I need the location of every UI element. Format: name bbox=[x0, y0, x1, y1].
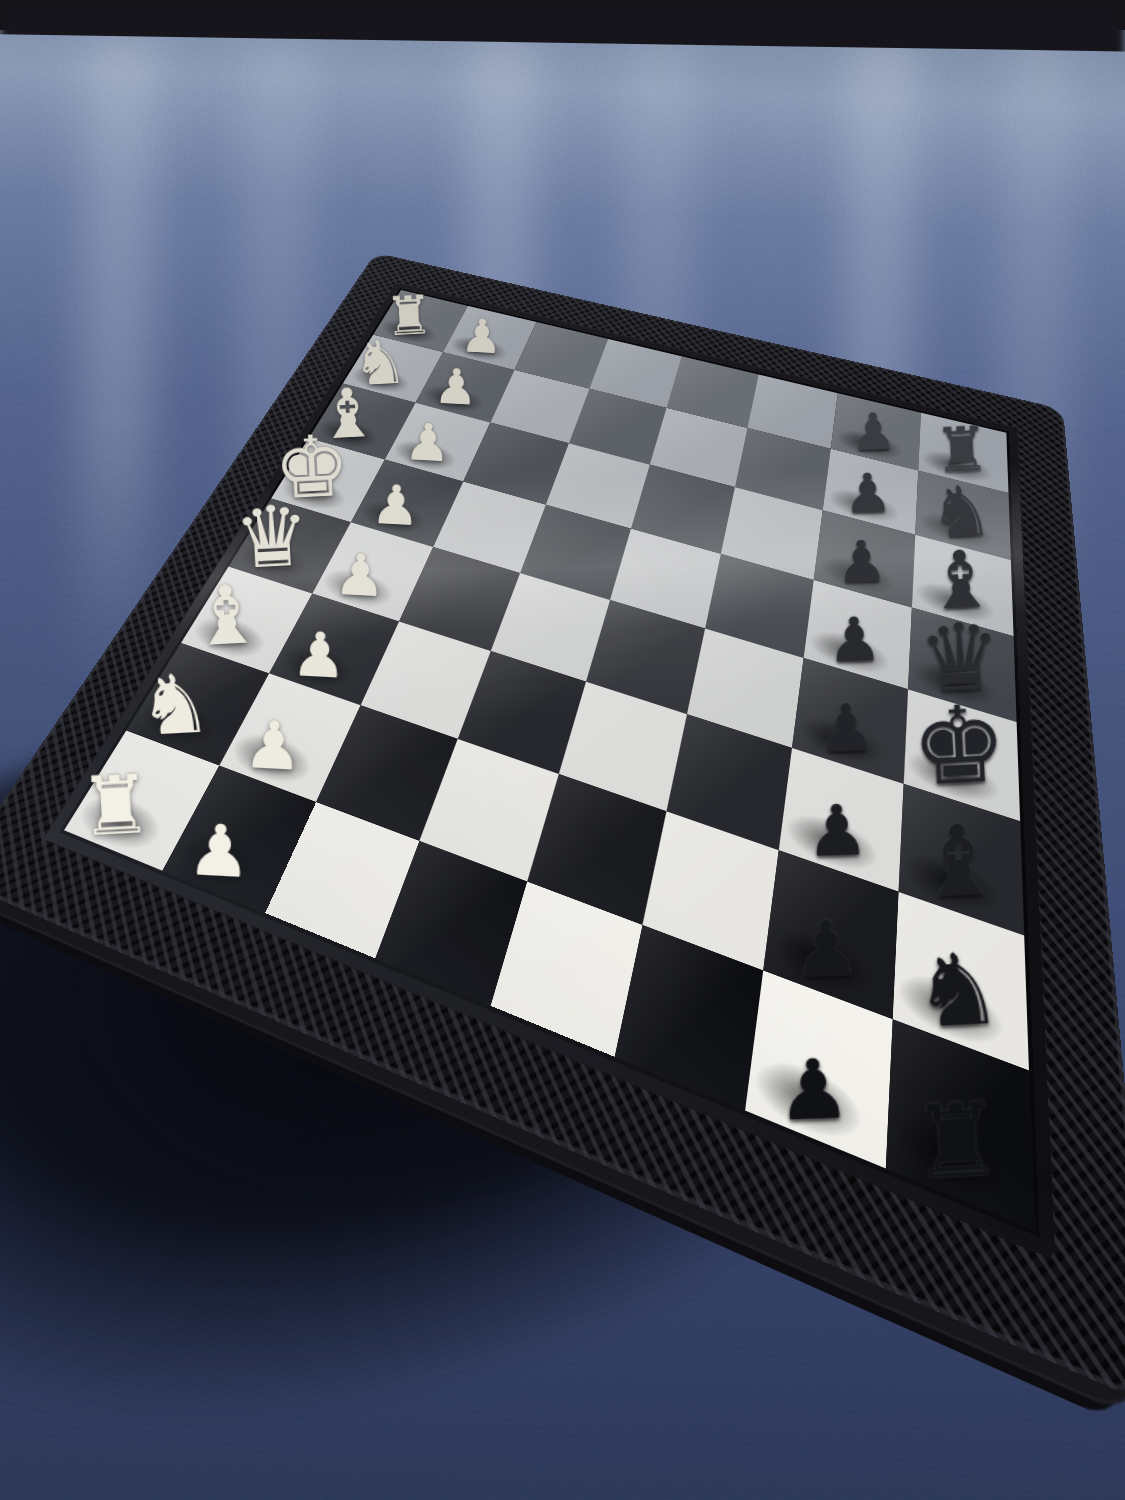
black-pawn-piece[interactable]: ♟ bbox=[804, 611, 906, 671]
black-pawn-piece[interactable]: ♟ bbox=[814, 535, 909, 591]
white-bishop-piece[interactable]: ♝ bbox=[176, 576, 278, 656]
square-c5[interactable] bbox=[631, 465, 734, 554]
square-d5[interactable] bbox=[610, 528, 720, 628]
square-f8[interactable]: ♝ bbox=[898, 783, 1024, 935]
photo-scene: ♜♟♟♜♞♟♟♞♝♟♟♝♚♟♟♛♛♟♟♚♝♟♟♝♞♟♟♞♜♟♟♜ bbox=[0, 0, 1125, 1500]
white-pawn-piece[interactable]: ♟ bbox=[311, 547, 408, 605]
white-pawn-piece[interactable]: ♟ bbox=[415, 363, 497, 412]
square-e5[interactable] bbox=[586, 600, 704, 713]
black-bishop-piece[interactable]: ♝ bbox=[897, 814, 1019, 910]
white-pawn-piece[interactable]: ♟ bbox=[442, 314, 520, 361]
black-knight-piece[interactable]: ♞ bbox=[891, 940, 1024, 1039]
black-pawn-piece[interactable]: ♟ bbox=[831, 408, 916, 458]
square-a4[interactable] bbox=[589, 339, 682, 408]
black-pawn-piece[interactable]: ♟ bbox=[823, 468, 913, 521]
board-stage: ♜♟♟♜♞♟♟♞♝♟♟♝♚♟♟♛♛♟♟♚♝♟♟♝♞♟♟♞♜♟♟♜ bbox=[168, 158, 1052, 1042]
black-rook-piece[interactable]: ♜ bbox=[884, 1092, 1028, 1192]
white-pawn-piece[interactable]: ♟ bbox=[217, 713, 328, 780]
black-pawn-piece[interactable]: ♟ bbox=[792, 697, 901, 761]
white-pawn-piece[interactable]: ♟ bbox=[267, 625, 371, 687]
white-knight-piece[interactable]: ♞ bbox=[121, 663, 230, 744]
white-pawn-piece[interactable]: ♟ bbox=[350, 478, 441, 533]
black-pawn-piece[interactable]: ♟ bbox=[779, 797, 896, 866]
square-c7[interactable]: ♟ bbox=[814, 510, 915, 607]
white-rook-piece[interactable]: ♜ bbox=[58, 766, 175, 847]
square-e8[interactable]: ♚ bbox=[903, 689, 1020, 821]
black-pawn-piece[interactable]: ♟ bbox=[763, 913, 890, 987]
square-f6[interactable] bbox=[666, 713, 792, 850]
white-pawn-piece[interactable]: ♟ bbox=[159, 816, 279, 888]
white-queen-piece[interactable]: ♛ bbox=[224, 496, 320, 578]
black-pawn-piece[interactable]: ♟ bbox=[745, 1050, 883, 1131]
black-king-piece[interactable]: ♚ bbox=[901, 695, 1015, 799]
white-pawn-piece[interactable]: ♟ bbox=[384, 417, 470, 469]
